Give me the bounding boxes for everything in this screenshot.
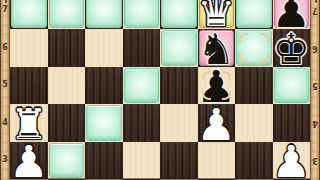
square-h6[interactable]: ♚	[273, 29, 311, 67]
square-a6[interactable]	[10, 29, 48, 67]
square-d4[interactable]	[123, 104, 161, 142]
board-crop-shade	[10, 178, 310, 180]
square-g3[interactable]	[235, 142, 273, 180]
square-g4[interactable]	[235, 104, 273, 142]
square-f5[interactable]: ♟	[198, 67, 236, 105]
square-e4[interactable]	[160, 104, 198, 142]
square-c3[interactable]	[85, 142, 123, 180]
rank-label-5: 5	[1, 80, 9, 90]
square-c6[interactable]	[85, 29, 123, 67]
corner-marker-tr	[260, 33, 269, 42]
corner-marker-tl	[202, 71, 211, 80]
rank-label-3: 3	[1, 155, 9, 165]
rank-label-6: 6	[1, 43, 9, 53]
square-e5[interactable]	[160, 67, 198, 105]
square-d3[interactable]	[123, 142, 161, 180]
square-e7[interactable]	[160, 0, 198, 29]
legal-move-tile	[124, 68, 160, 104]
square-g6[interactable]	[235, 29, 273, 67]
rank-label-4: 4	[1, 118, 9, 128]
rank-label-7-right: 7	[311, 5, 319, 15]
square-c7[interactable]	[85, 0, 123, 29]
square-b7[interactable]	[48, 0, 86, 29]
legal-move-tile	[161, 0, 197, 28]
square-d7[interactable]	[123, 0, 161, 29]
corner-marker-bl	[202, 91, 211, 100]
piece-white-pawn[interactable]: ♟	[273, 143, 311, 180]
rank-label-6-right: 6	[311, 43, 319, 53]
corner-move-marker	[198, 67, 236, 105]
right-frame: 7 6 5 4 3	[310, 0, 320, 180]
rank-label-5-right: 5	[311, 80, 319, 90]
square-c5[interactable]	[85, 67, 123, 105]
piece-white-pawn[interactable]: ♟	[198, 106, 236, 144]
corner-move-marker	[235, 29, 273, 67]
frame-screw-dot	[5, 0, 8, 3]
square-a3[interactable]: ♟	[10, 142, 48, 180]
legal-move-tile	[236, 0, 272, 28]
square-b3[interactable]	[48, 142, 86, 180]
square-f4[interactable]: ♟	[198, 104, 236, 142]
square-b5[interactable]	[48, 67, 86, 105]
square-b6[interactable]	[48, 29, 86, 67]
piece-black-king[interactable]: ♚	[273, 31, 311, 69]
corner-marker-tl	[239, 33, 248, 42]
square-e3[interactable]	[160, 142, 198, 180]
square-b4[interactable]	[48, 104, 86, 142]
piece-white-pawn[interactable]: ♟	[10, 143, 48, 180]
corner-marker-tr	[222, 71, 231, 80]
square-h3[interactable]: ♟	[273, 142, 311, 180]
square-g7[interactable]	[235, 0, 273, 29]
rank-label-3-right: 3	[311, 155, 319, 165]
frame-screw-dot	[315, 0, 318, 3]
rank-label-7: 7	[1, 5, 9, 15]
square-g5[interactable]	[235, 67, 273, 105]
left-frame: 7 6 5 4 3	[0, 0, 10, 180]
legal-move-tile	[86, 105, 122, 141]
chess-app-screen: ♛♟♞♚♟♜♟♟♟ 7 6 5 4 3 7 6 5 4 3	[0, 0, 320, 180]
square-c4[interactable]	[85, 104, 123, 142]
legal-move-tile	[124, 0, 160, 28]
square-a5[interactable]	[10, 67, 48, 105]
corner-marker-br	[260, 54, 269, 63]
square-d5[interactable]	[123, 67, 161, 105]
corner-marker-bl	[239, 54, 248, 63]
chess-board: ♛♟♞♚♟♜♟♟♟	[10, 0, 310, 180]
square-a7[interactable]	[10, 0, 48, 29]
rank-label-4-right: 4	[311, 118, 319, 128]
corner-marker-br	[222, 91, 231, 100]
legal-move-tile	[49, 143, 85, 179]
legal-move-tile	[86, 0, 122, 28]
square-e6[interactable]	[160, 29, 198, 67]
legal-move-tile	[11, 0, 47, 28]
square-d6[interactable]	[123, 29, 161, 67]
legal-move-tile	[161, 30, 197, 66]
legal-move-tile	[49, 0, 85, 28]
